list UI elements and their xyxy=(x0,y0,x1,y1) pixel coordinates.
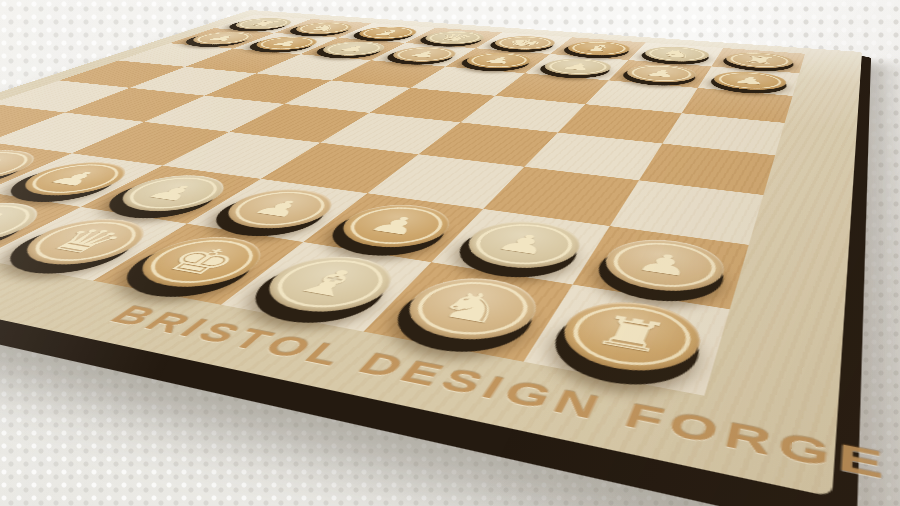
pawn-icon: ♟ xyxy=(642,68,681,79)
photo-scene: ♜♞♝♛♚♝♞♜♟♟♟♟♟♟♟♟♟♟♟♟♟♟♟♟♜♞♝♛♚♝♞♜ BRISTOL… xyxy=(0,0,900,506)
knight-icon: ♞ xyxy=(656,48,698,59)
pawn-icon: ♟ xyxy=(631,248,697,281)
piece-black-knight-g8[interactable]: ♞ xyxy=(639,45,713,64)
piece-black-bishop-f8[interactable]: ♝ xyxy=(561,40,636,58)
chess-board: ♜♞♝♛♚♝♞♜♟♟♟♟♟♟♟♟♟♟♟♟♟♟♟♟♜♞♝♛♚♝♞♜ BRISTOL… xyxy=(0,10,862,497)
piece-black-pawn-g7[interactable]: ♟ xyxy=(620,63,701,85)
rook-icon: ♜ xyxy=(739,54,780,66)
pawn-icon: ♟ xyxy=(731,75,769,87)
piece-black-rook-h8[interactable]: ♜ xyxy=(722,50,796,70)
